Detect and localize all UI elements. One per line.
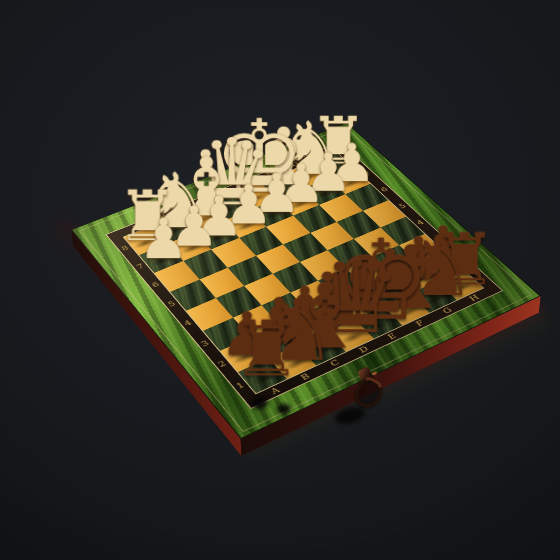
chess-board: AA88BB77CC66DD55EE44FF33GG22HH11 ♜♞♝♛♚♝♞… bbox=[71, 123, 541, 440]
coord-file-bottom-a: A bbox=[265, 384, 285, 398]
piece-light-pawn-a7: ♟ bbox=[89, 211, 239, 267]
coord-rank-left-6: 6 bbox=[147, 279, 165, 291]
piece-dark-rook-a1: ♜ bbox=[185, 311, 349, 387]
piece-reflection bbox=[251, 397, 268, 409]
chess-set-scene: AA88BB77CC66DD55EE44FF33GG22HH11 ♜♞♝♛♚♝♞… bbox=[0, 0, 560, 560]
piece-reflection bbox=[277, 404, 291, 414]
photo-background: AA88BB77CC66DD55EE44FF33GG22HH11 ♜♞♝♛♚♝♞… bbox=[0, 0, 560, 560]
latch-clasp bbox=[346, 366, 394, 410]
latch-glint bbox=[372, 371, 378, 376]
